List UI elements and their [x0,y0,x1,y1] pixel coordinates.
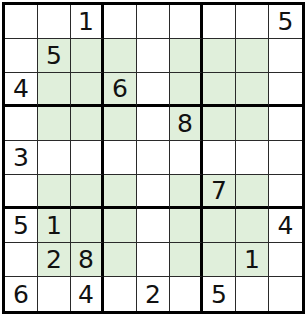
cell-r4c9-empty[interactable] [269,107,302,141]
cell-r3c6-empty[interactable] [170,73,203,107]
cell-r1c8-empty[interactable] [236,5,269,39]
cell-r1c5-empty[interactable] [137,5,170,39]
cell-r4c1-empty[interactable] [5,107,38,141]
cell-r2c4-empty[interactable] [104,39,137,73]
cell-r8c7-empty[interactable] [203,243,236,277]
cell-r2c8-empty[interactable] [236,39,269,73]
cell-r7c2-given-1[interactable]: 1 [38,209,71,243]
cell-r4c5-empty[interactable] [137,107,170,141]
cell-r7c9-given-4[interactable]: 4 [269,209,302,243]
cell-r6c9-empty[interactable] [269,175,302,209]
cell-r3c5-empty[interactable] [137,73,170,107]
sudoku-page: 155468375142816425 [0,0,304,320]
cell-r5c7-empty[interactable] [203,141,236,175]
cell-r1c2-empty[interactable] [38,5,71,39]
cell-r5c4-empty[interactable] [104,141,137,175]
sudoku-board: 155468375142816425 [2,2,305,314]
cell-r3c3-empty[interactable] [71,73,104,107]
cell-r3c9-empty[interactable] [269,73,302,107]
cell-r4c6-given-8[interactable]: 8 [170,107,203,141]
cell-r9c8-empty[interactable] [236,277,269,311]
cell-r2c3-empty[interactable] [71,39,104,73]
cell-r4c4-empty[interactable] [104,107,137,141]
cell-r8c5-empty[interactable] [137,243,170,277]
cell-r5c1-given-3[interactable]: 3 [5,141,38,175]
cell-r5c2-empty[interactable] [38,141,71,175]
cell-r8c1-empty[interactable] [5,243,38,277]
cell-r1c7-empty[interactable] [203,5,236,39]
cell-r8c4-empty[interactable] [104,243,137,277]
cell-r5c9-empty[interactable] [269,141,302,175]
cell-r6c4-empty[interactable] [104,175,137,209]
cell-r4c7-empty[interactable] [203,107,236,141]
cell-r1c3-given-1[interactable]: 1 [71,5,104,39]
cell-r8c2-given-2[interactable]: 2 [38,243,71,277]
cell-r9c2-empty[interactable] [38,277,71,311]
cell-r7c6-empty[interactable] [170,209,203,243]
cell-r5c8-empty[interactable] [236,141,269,175]
cell-r7c8-empty[interactable] [236,209,269,243]
cell-r6c1-empty[interactable] [5,175,38,209]
cell-r5c5-empty[interactable] [137,141,170,175]
cell-r3c8-empty[interactable] [236,73,269,107]
cell-r9c5-given-2[interactable]: 2 [137,277,170,311]
cell-r7c7-empty[interactable] [203,209,236,243]
cell-r2c7-empty[interactable] [203,39,236,73]
cell-r5c3-empty[interactable] [71,141,104,175]
cell-r9c6-empty[interactable] [170,277,203,311]
cell-r2c2-given-5[interactable]: 5 [38,39,71,73]
cell-r6c6-empty[interactable] [170,175,203,209]
cell-r2c1-empty[interactable] [5,39,38,73]
cell-r1c1-empty[interactable] [5,5,38,39]
cell-r1c9-given-5[interactable]: 5 [269,5,302,39]
cell-r9c7-given-5[interactable]: 5 [203,277,236,311]
cell-r6c5-empty[interactable] [137,175,170,209]
cell-r6c8-empty[interactable] [236,175,269,209]
cell-r8c9-empty[interactable] [269,243,302,277]
cell-r1c4-empty[interactable] [104,5,137,39]
cell-r2c6-empty[interactable] [170,39,203,73]
cell-r8c6-empty[interactable] [170,243,203,277]
cell-r4c3-empty[interactable] [71,107,104,141]
cell-r6c7-given-7[interactable]: 7 [203,175,236,209]
cell-r7c3-empty[interactable] [71,209,104,243]
cell-r9c1-given-6[interactable]: 6 [5,277,38,311]
cell-r1c6-empty[interactable] [170,5,203,39]
cell-r6c3-empty[interactable] [71,175,104,209]
cell-r9c9-empty[interactable] [269,277,302,311]
cell-r5c6-empty[interactable] [170,141,203,175]
cell-r6c2-empty[interactable] [38,175,71,209]
cell-r7c4-empty[interactable] [104,209,137,243]
cell-r8c8-given-1[interactable]: 1 [236,243,269,277]
cell-r7c1-given-5[interactable]: 5 [5,209,38,243]
cell-r9c4-empty[interactable] [104,277,137,311]
cell-r3c2-empty[interactable] [38,73,71,107]
cell-r4c2-empty[interactable] [38,107,71,141]
cell-r7c5-empty[interactable] [137,209,170,243]
cell-r3c4-given-6[interactable]: 6 [104,73,137,107]
cell-r3c7-empty[interactable] [203,73,236,107]
cell-r8c3-given-8[interactable]: 8 [71,243,104,277]
cell-r2c9-empty[interactable] [269,39,302,73]
cell-r4c8-empty[interactable] [236,107,269,141]
cell-r3c1-given-4[interactable]: 4 [5,73,38,107]
cell-r2c5-empty[interactable] [137,39,170,73]
cell-r9c3-given-4[interactable]: 4 [71,277,104,311]
